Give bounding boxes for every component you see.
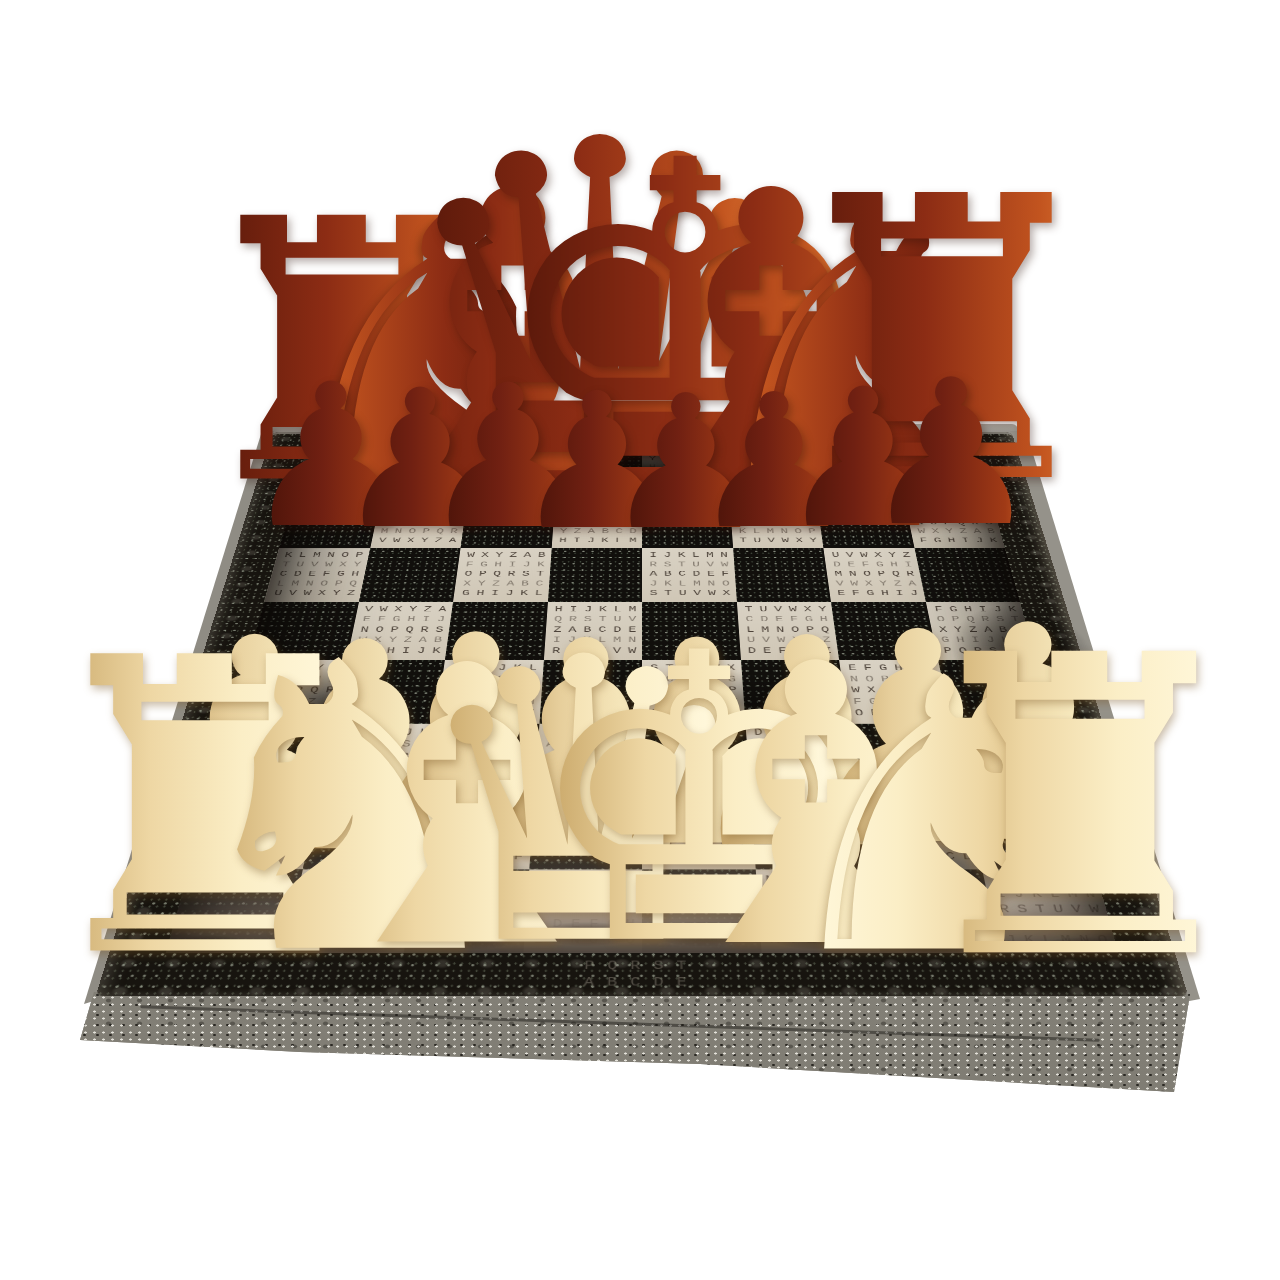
piece-white-rook-h1[interactable]: ♜ xyxy=(895,603,1265,1016)
pieces-layer: ♜♞♝♛♚♝♞♜♟♟♟♟♟♟♟♟♟♟♟♟♟♟♟♟♜♞♝♛♚♝♞♜ xyxy=(0,0,1280,1280)
piece-black-pawn-h7[interactable]: ♟ xyxy=(861,353,1041,554)
chess-set-photo: ABCDEFJKLMNOSTUVWXBCDEFGKLMNOPMNOPQRVWXY… xyxy=(0,0,1280,1280)
